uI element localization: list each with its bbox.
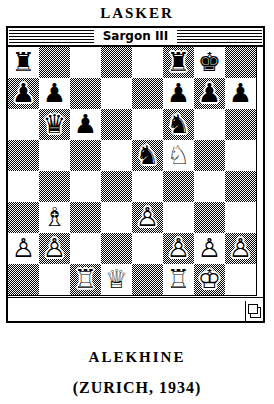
square-c2[interactable] xyxy=(70,233,101,264)
piece-glyph: ♛ xyxy=(43,109,66,140)
square-e8[interactable] xyxy=(132,47,163,78)
piece-glyph: ♞ xyxy=(136,140,159,171)
white-rook-piece: ♜♖ xyxy=(70,264,101,295)
square-g1[interactable]: ♚♔ xyxy=(194,264,225,295)
square-f5[interactable]: ♞♘ xyxy=(163,140,194,171)
piece-glyph: ♙ xyxy=(43,233,66,264)
piece-glyph: ♞ xyxy=(167,109,190,140)
white-pawn-piece: ♟♙ xyxy=(132,202,163,233)
black-pawn-piece: ♟♟ xyxy=(39,78,70,109)
square-c4[interactable] xyxy=(70,171,101,202)
square-f4[interactable] xyxy=(163,171,194,202)
white-pawn-piece: ♟♙ xyxy=(39,233,70,264)
square-a4[interactable] xyxy=(8,171,39,202)
white-player-caption: ALEKHINE xyxy=(0,349,274,366)
white-bishop-piece: ♝♗ xyxy=(39,202,70,233)
square-g8[interactable]: ♚♚ xyxy=(194,47,225,78)
square-c5[interactable] xyxy=(70,140,101,171)
square-a2[interactable]: ♟♙ xyxy=(8,233,39,264)
title-bar-stripes xyxy=(9,30,262,43)
square-b7[interactable]: ♟♟ xyxy=(39,78,70,109)
window-title-bar[interactable]: Sargon III xyxy=(8,28,263,47)
window-bottom-strip xyxy=(8,297,263,321)
square-f3[interactable] xyxy=(163,202,194,233)
piece-glyph: ♖ xyxy=(74,264,97,295)
square-a3[interactable] xyxy=(8,202,39,233)
piece-glyph: ♙ xyxy=(12,233,35,264)
piece-glyph: ♗ xyxy=(43,202,66,233)
piece-glyph: ♟ xyxy=(74,109,97,140)
piece-glyph: ♔ xyxy=(198,264,221,295)
piece-glyph: ♟ xyxy=(229,78,252,109)
square-f7[interactable]: ♟♟ xyxy=(163,78,194,109)
grow-box-icon[interactable] xyxy=(245,301,263,321)
square-e2[interactable] xyxy=(132,233,163,264)
square-g2[interactable]: ♟♙ xyxy=(194,233,225,264)
piece-glyph: ♜ xyxy=(167,47,190,78)
square-d8[interactable] xyxy=(101,47,132,78)
sargon-window: Sargon III ♜♜♜♜♚♚♟♟♟♟♟♟♟♟♟♟♛♛♟♟♞♞♞♞♞♘♝♗♟… xyxy=(6,26,265,323)
square-e7[interactable] xyxy=(132,78,163,109)
square-b1[interactable] xyxy=(39,264,70,295)
black-pawn-piece: ♟♟ xyxy=(163,78,194,109)
square-h2[interactable]: ♟♙ xyxy=(225,233,256,264)
black-pawn-piece: ♟♟ xyxy=(194,78,225,109)
square-h3[interactable] xyxy=(225,202,256,233)
square-g7[interactable]: ♟♟ xyxy=(194,78,225,109)
black-king-piece: ♚♚ xyxy=(194,47,225,78)
square-e5[interactable]: ♞♞ xyxy=(132,140,163,171)
square-d5[interactable] xyxy=(101,140,132,171)
page: { "game": "chess", "position": "r4rk1/pp… xyxy=(0,0,274,404)
square-a8[interactable]: ♜♜ xyxy=(8,47,39,78)
black-knight-piece: ♞♞ xyxy=(132,140,163,171)
square-b3[interactable]: ♝♗ xyxy=(39,202,70,233)
square-g6[interactable] xyxy=(194,109,225,140)
square-c6[interactable]: ♟♟ xyxy=(70,109,101,140)
white-pawn-piece: ♟♙ xyxy=(225,233,256,264)
white-queen-piece: ♛♕ xyxy=(101,264,132,295)
square-d2[interactable] xyxy=(101,233,132,264)
square-f2[interactable]: ♟♙ xyxy=(163,233,194,264)
square-c8[interactable] xyxy=(70,47,101,78)
square-d7[interactable] xyxy=(101,78,132,109)
square-c7[interactable] xyxy=(70,78,101,109)
square-a6[interactable] xyxy=(8,109,39,140)
piece-glyph: ♙ xyxy=(229,233,252,264)
square-h7[interactable]: ♟♟ xyxy=(225,78,256,109)
square-d3[interactable] xyxy=(101,202,132,233)
piece-glyph: ♕ xyxy=(105,264,128,295)
black-pawn-piece: ♟♟ xyxy=(8,78,39,109)
piece-glyph: ♟ xyxy=(12,78,35,109)
square-f1[interactable]: ♜♖ xyxy=(163,264,194,295)
square-b5[interactable] xyxy=(39,140,70,171)
square-h5[interactable] xyxy=(225,140,256,171)
square-d1[interactable]: ♛♕ xyxy=(101,264,132,295)
black-rook-piece: ♜♜ xyxy=(8,47,39,78)
square-g3[interactable] xyxy=(194,202,225,233)
square-f6[interactable]: ♞♞ xyxy=(163,109,194,140)
event-caption: (ZURICH, 1934) xyxy=(0,379,274,397)
square-h8[interactable] xyxy=(225,47,256,78)
square-h1[interactable] xyxy=(225,264,256,295)
square-e4[interactable] xyxy=(132,171,163,202)
white-pawn-piece: ♟♙ xyxy=(194,233,225,264)
square-b4[interactable] xyxy=(39,171,70,202)
square-c3[interactable] xyxy=(70,202,101,233)
square-g4[interactable] xyxy=(194,171,225,202)
piece-glyph: ♙ xyxy=(136,202,159,233)
square-b8[interactable] xyxy=(39,47,70,78)
piece-glyph: ♙ xyxy=(198,233,221,264)
piece-glyph: ♟ xyxy=(198,78,221,109)
black-queen-piece: ♛♛ xyxy=(39,109,70,140)
piece-glyph: ♜ xyxy=(12,47,35,78)
black-player-caption: LASKER xyxy=(0,5,274,22)
white-king-piece: ♚♔ xyxy=(194,264,225,295)
square-h6[interactable] xyxy=(225,109,256,140)
piece-glyph: ♘ xyxy=(167,140,190,171)
square-h4[interactable] xyxy=(225,171,256,202)
black-pawn-piece: ♟♟ xyxy=(225,78,256,109)
square-e3[interactable]: ♟♙ xyxy=(132,202,163,233)
square-e6[interactable] xyxy=(132,109,163,140)
black-knight-piece: ♞♞ xyxy=(163,109,194,140)
black-rook-piece: ♜♜ xyxy=(163,47,194,78)
white-pawn-piece: ♟♙ xyxy=(163,233,194,264)
square-f8[interactable]: ♜♜ xyxy=(163,47,194,78)
square-c1[interactable]: ♜♖ xyxy=(70,264,101,295)
black-pawn-piece: ♟♟ xyxy=(70,109,101,140)
piece-glyph: ♙ xyxy=(167,233,190,264)
grow-box-front-square xyxy=(248,304,258,314)
square-d4[interactable] xyxy=(101,171,132,202)
square-a1[interactable] xyxy=(8,264,39,295)
white-knight-piece: ♞♘ xyxy=(163,140,194,171)
square-a5[interactable] xyxy=(8,140,39,171)
square-a7[interactable]: ♟♟ xyxy=(8,78,39,109)
square-b2[interactable]: ♟♙ xyxy=(39,233,70,264)
piece-glyph: ♚ xyxy=(198,47,221,78)
piece-glyph: ♖ xyxy=(167,264,190,295)
chess-board: ♜♜♜♜♚♚♟♟♟♟♟♟♟♟♟♟♛♛♟♟♞♞♞♞♞♘♝♗♟♙♟♙♟♙♟♙♟♙♟♙… xyxy=(8,47,257,296)
square-b6[interactable]: ♛♛ xyxy=(39,109,70,140)
white-pawn-piece: ♟♙ xyxy=(8,233,39,264)
piece-glyph: ♟ xyxy=(167,78,190,109)
square-e1[interactable] xyxy=(132,264,163,295)
square-d6[interactable] xyxy=(101,109,132,140)
white-rook-piece: ♜♖ xyxy=(163,264,194,295)
piece-glyph: ♟ xyxy=(43,78,66,109)
square-g5[interactable] xyxy=(194,140,225,171)
